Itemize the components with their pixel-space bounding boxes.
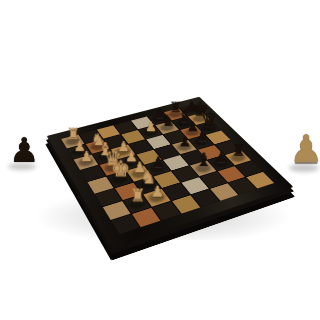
white-pawn: ♟: [150, 184, 164, 199]
black-queen: ♛: [200, 110, 217, 129]
captured-black-pawn-shadow: [8, 163, 36, 170]
white-king: ♚: [110, 158, 130, 180]
black-bishop: ♝: [195, 151, 211, 169]
white-pawn: ♟: [80, 149, 93, 163]
black-pawn: ♟: [214, 150, 227, 164]
white-pawn: ♟: [144, 120, 156, 133]
product-photo: ♜♟♜♟♟♞♟♞♝♚♟♝♟♟♛♛♟♟♟♚♟♟♞♝♟♜♜♟ ♟ ♟: [0, 0, 320, 320]
square-b2: ♜: [123, 195, 151, 213]
captured-black-pawn: ♟: [9, 133, 39, 167]
black-knight: ♞: [160, 113, 174, 129]
captured-white-pawn: ♟: [289, 130, 320, 168]
captured-white-pawn-shadow: [289, 164, 319, 172]
scene: ♜♟♜♟♟♞♟♞♝♚♟♝♟♟♛♛♟♟♟♚♟♟♞♝♟♜♜♟: [0, 0, 320, 320]
black-rook: ♜: [231, 143, 245, 159]
black-pawn: ♟: [195, 130, 207, 143]
white-rook: ♜: [129, 187, 145, 205]
black-pawn: ♟: [178, 134, 190, 148]
